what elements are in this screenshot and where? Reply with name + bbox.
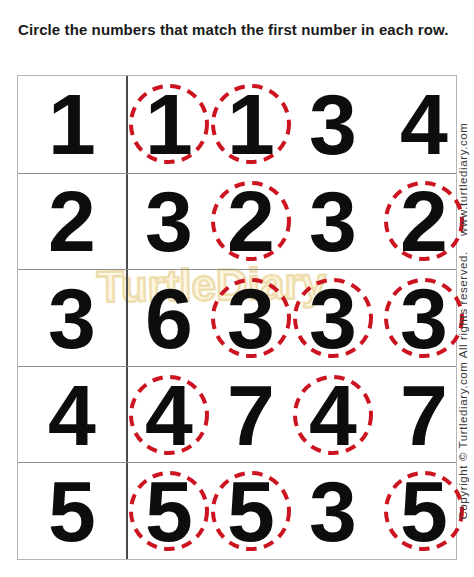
choice-number-cell[interactable]: 5 (128, 463, 210, 559)
choice-number-cell[interactable]: 3 (292, 174, 374, 270)
choice-digit: 2 (400, 178, 448, 264)
target-digit: 1 (48, 81, 96, 167)
copyright-text: Copyright © Turtlediary.com All rights r… (457, 61, 469, 577)
choice-number-cell[interactable]: 4 (128, 367, 210, 463)
choice-digit: 3 (309, 81, 357, 167)
choice-number-cell[interactable]: 1 (128, 76, 210, 173)
choice-number-cell[interactable]: 6 (128, 270, 210, 366)
target-digit: 4 (48, 372, 96, 458)
choice-number-cell[interactable]: 3 (128, 174, 210, 270)
target-number-cell: 1 (18, 76, 128, 173)
choice-digit: 7 (400, 372, 448, 458)
choice-digit: 1 (227, 81, 275, 167)
choice-digit: 4 (309, 372, 357, 458)
choice-number-cell[interactable]: 5 (210, 463, 292, 559)
choice-digit: 1 (145, 81, 193, 167)
choice-number-cell[interactable]: 5 (374, 463, 456, 559)
choice-digit: 4 (145, 372, 193, 458)
target-digit: 3 (48, 275, 96, 361)
target-number-cell: 5 (18, 463, 128, 559)
choice-number-cell[interactable]: 7 (374, 367, 456, 463)
choice-number-cell[interactable]: 2 (210, 174, 292, 270)
worksheet-row: 36333 (18, 269, 456, 366)
choice-digit: 3 (145, 178, 193, 264)
matching-grid: 1113423232363334474755535 (17, 75, 457, 560)
choice-digit: 4 (400, 81, 448, 167)
choice-digit: 3 (309, 468, 357, 554)
worksheet-row: 44747 (18, 366, 456, 463)
choice-digit: 7 (227, 372, 275, 458)
choice-number-cell[interactable]: 3 (292, 270, 374, 366)
choice-digit: 2 (227, 178, 275, 264)
choice-digit: 5 (400, 468, 448, 554)
choice-number-cell[interactable]: 3 (374, 270, 456, 366)
target-digit: 5 (48, 468, 96, 554)
target-number-cell: 4 (18, 367, 128, 463)
worksheet-row: 11134 (18, 76, 456, 173)
choice-digit: 5 (145, 468, 193, 554)
worksheet-title: Circle the numbers that match the first … (18, 21, 448, 38)
choice-digit: 3 (309, 275, 357, 361)
worksheet-row: 55535 (18, 462, 456, 559)
choice-digit: 3 (227, 275, 275, 361)
choice-digit: 3 (400, 275, 448, 361)
choice-digit: 6 (145, 275, 193, 361)
choice-digit: 5 (227, 468, 275, 554)
choice-number-cell[interactable]: 7 (210, 367, 292, 463)
choice-number-cell[interactable]: 3 (292, 76, 374, 173)
choice-number-cell[interactable]: 3 (292, 463, 374, 559)
choice-number-cell[interactable]: 2 (374, 174, 456, 270)
choice-number-cell[interactable]: 4 (292, 367, 374, 463)
choice-number-cell[interactable]: 4 (374, 76, 456, 173)
choice-number-cell[interactable]: 1 (210, 76, 292, 173)
target-digit: 2 (48, 178, 96, 264)
choice-number-cell[interactable]: 3 (210, 270, 292, 366)
target-number-cell: 3 (18, 270, 128, 366)
target-number-cell: 2 (18, 174, 128, 270)
worksheet-page: Circle the numbers that match the first … (0, 0, 474, 577)
choice-digit: 3 (309, 178, 357, 264)
worksheet-row: 23232 (18, 173, 456, 270)
